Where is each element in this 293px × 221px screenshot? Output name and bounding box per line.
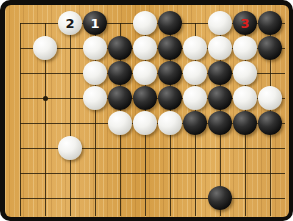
- grid-line-vertical: [70, 23, 71, 216]
- black-stone: [258, 11, 282, 35]
- white-stone: [233, 61, 257, 85]
- black-stone: [208, 186, 232, 210]
- white-stone: [133, 36, 157, 60]
- white-stone: [33, 36, 57, 60]
- star-point: [43, 96, 48, 101]
- grid-line-vertical: [20, 23, 21, 216]
- black-stone: [158, 11, 182, 35]
- move-number-label: 3: [240, 16, 249, 29]
- black-stone: [108, 86, 132, 110]
- move-number-label: 1: [90, 16, 99, 29]
- white-stone: [233, 86, 257, 110]
- black-stone: [183, 111, 207, 135]
- white-stone: [183, 36, 207, 60]
- black-stone: [208, 111, 232, 135]
- white-stone: [133, 11, 157, 35]
- move-number-label: 2: [65, 16, 74, 29]
- black-stone: [258, 111, 282, 135]
- white-stone: [133, 61, 157, 85]
- white-stone: [233, 36, 257, 60]
- go-board[interactable]: 213: [0, 0, 293, 221]
- black-stone: [158, 61, 182, 85]
- white-stone: [83, 36, 107, 60]
- black-stone: [158, 86, 182, 110]
- black-stone: [258, 36, 282, 60]
- white-stone: [158, 111, 182, 135]
- black-stone: [158, 36, 182, 60]
- black-stone: [108, 61, 132, 85]
- black-stone: [208, 61, 232, 85]
- white-stone: [258, 86, 282, 110]
- white-stone: [208, 36, 232, 60]
- white-stone: [58, 136, 82, 160]
- black-stone: 3: [233, 11, 257, 35]
- white-stone: [83, 61, 107, 85]
- black-stone: [233, 111, 257, 135]
- black-stone: 1: [83, 11, 107, 35]
- white-stone: [183, 61, 207, 85]
- grid-line-horizontal: [20, 198, 285, 199]
- grid-line-horizontal: [20, 173, 285, 174]
- black-stone: [133, 86, 157, 110]
- white-stone: [83, 86, 107, 110]
- white-stone: [208, 11, 232, 35]
- white-stone: [133, 111, 157, 135]
- black-stone: [108, 36, 132, 60]
- white-stone: 2: [58, 11, 82, 35]
- white-stone: [183, 86, 207, 110]
- white-stone: [108, 111, 132, 135]
- go-diagram-frame: 213: [0, 0, 293, 221]
- black-stone: [208, 86, 232, 110]
